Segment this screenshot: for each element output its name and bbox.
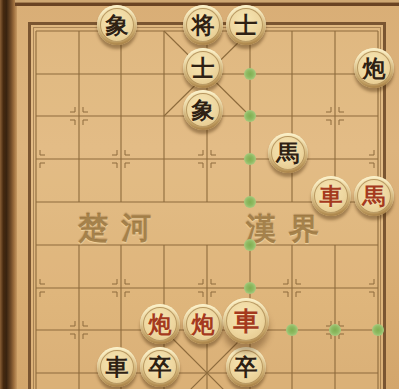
- piece-face: 象: [186, 93, 220, 127]
- piece-glyph: 車: [320, 185, 343, 208]
- piece-glyph: 士: [192, 57, 215, 80]
- piece-black-elephant[interactable]: 象: [97, 5, 137, 45]
- piece-face: 馬: [271, 136, 305, 170]
- piece-glyph: 炮: [192, 313, 215, 336]
- piece-red-horse[interactable]: 馬: [354, 176, 394, 216]
- piece-face: 炮: [357, 51, 391, 85]
- piece-glyph: 車: [233, 308, 259, 334]
- piece-black-soldier[interactable]: 卒: [226, 347, 266, 387]
- piece-black-chariot[interactable]: 車: [97, 347, 137, 387]
- piece-face: 炮: [186, 307, 220, 341]
- piece-glyph: 炮: [149, 313, 172, 336]
- move-hint-dot[interactable]: [244, 282, 256, 294]
- river-label-chu-he: 楚河: [78, 208, 164, 249]
- move-hint-dot[interactable]: [329, 324, 341, 336]
- piece-glyph: 車: [106, 356, 129, 379]
- piece-face: 車: [314, 179, 348, 213]
- piece-face: 士: [229, 8, 263, 42]
- piece-face: 馬: [357, 179, 391, 213]
- piece-glyph: 将: [192, 14, 215, 37]
- piece-glyph: 象: [192, 99, 215, 122]
- move-hint-dot[interactable]: [244, 239, 256, 251]
- piece-black-cannon[interactable]: 炮: [354, 48, 394, 88]
- piece-face: 将: [186, 8, 220, 42]
- piece-face: 卒: [143, 350, 177, 384]
- piece-glyph: 象: [106, 14, 129, 37]
- xiangqi-board[interactable]: 楚河 漢界 象将士士炮象馬車馬炮炮車車卒卒: [0, 0, 399, 389]
- piece-glyph: 卒: [235, 356, 258, 379]
- piece-glyph: 炮: [363, 57, 386, 80]
- piece-face: 車: [226, 301, 266, 341]
- piece-face: 車: [100, 350, 134, 384]
- piece-glyph: 士: [235, 14, 258, 37]
- piece-black-elephant[interactable]: 象: [183, 90, 223, 130]
- piece-face: 卒: [229, 350, 263, 384]
- piece-black-general[interactable]: 将: [183, 5, 223, 45]
- move-hint-dot[interactable]: [244, 68, 256, 80]
- piece-red-cannon[interactable]: 炮: [183, 304, 223, 344]
- river-label-han-jie: 漢界: [246, 209, 332, 250]
- piece-face: 士: [186, 51, 220, 85]
- move-hint-dot[interactable]: [244, 110, 256, 122]
- piece-glyph: 馬: [363, 185, 386, 208]
- piece-black-soldier[interactable]: 卒: [140, 347, 180, 387]
- piece-face: 炮: [143, 307, 177, 341]
- piece-black-advisor[interactable]: 士: [226, 5, 266, 45]
- piece-glyph: 卒: [149, 356, 172, 379]
- piece-red-cannon[interactable]: 炮: [140, 304, 180, 344]
- piece-glyph: 馬: [277, 142, 300, 165]
- move-hint-dot[interactable]: [372, 324, 384, 336]
- piece-red-chariot-selected[interactable]: 車: [223, 298, 269, 344]
- piece-black-horse[interactable]: 馬: [268, 133, 308, 173]
- move-hint-dot[interactable]: [244, 153, 256, 165]
- piece-red-chariot[interactable]: 車: [311, 176, 351, 216]
- piece-face: 象: [100, 8, 134, 42]
- piece-black-advisor[interactable]: 士: [183, 48, 223, 88]
- move-hint-dot[interactable]: [244, 196, 256, 208]
- move-hint-dot[interactable]: [286, 324, 298, 336]
